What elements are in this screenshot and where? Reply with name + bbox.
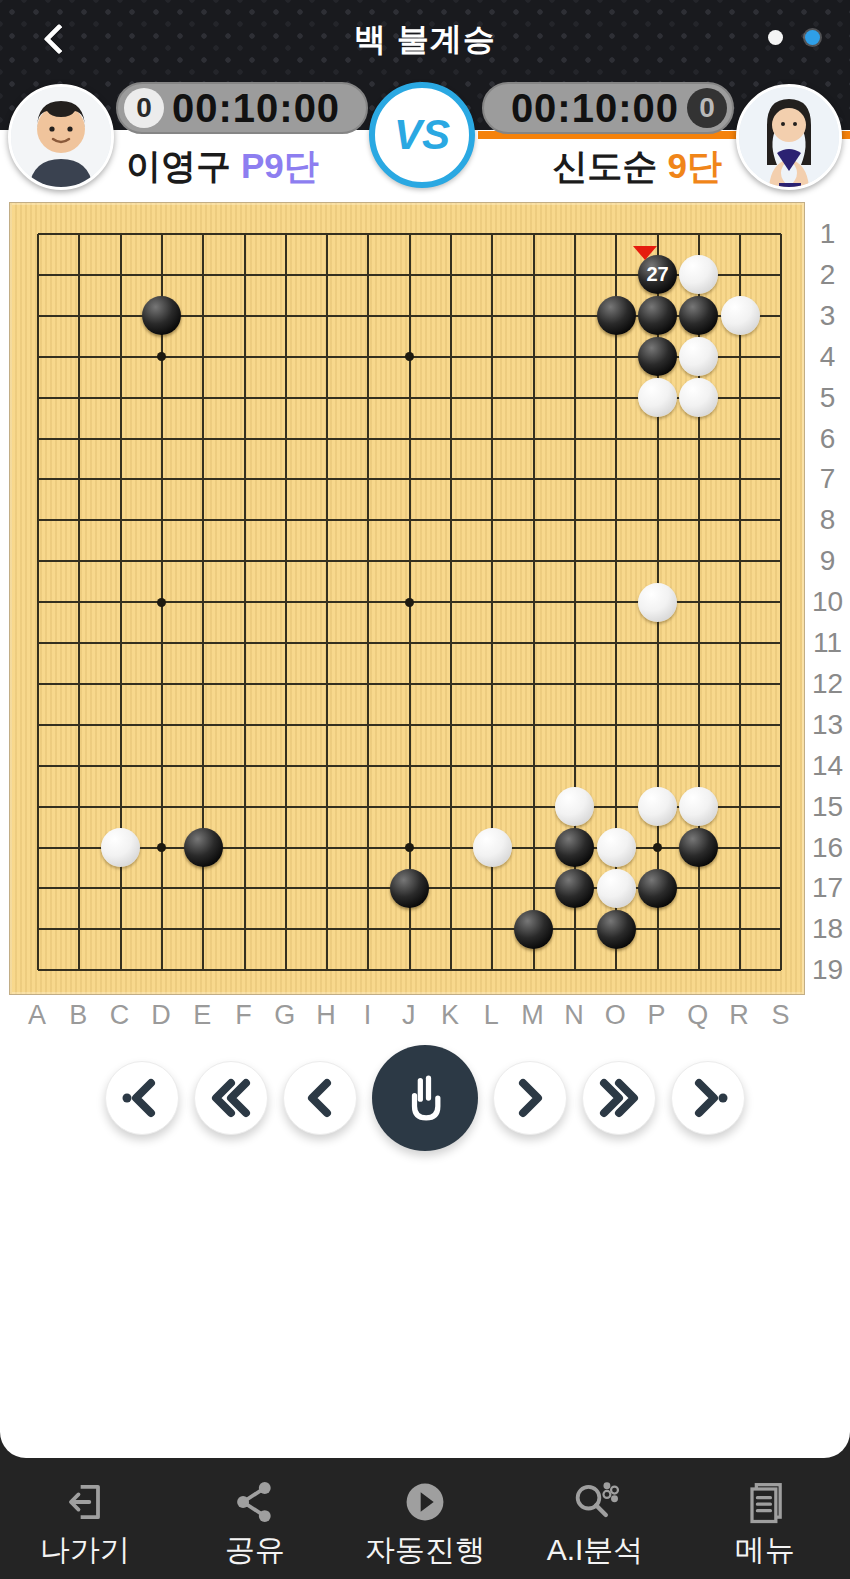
menu-icon	[739, 1476, 791, 1528]
col-label-A: A	[22, 1000, 52, 1031]
go-to-end-button[interactable]	[671, 1061, 745, 1135]
col-label-F: F	[229, 1000, 259, 1031]
col-label-B: B	[63, 1000, 93, 1031]
row-label-8: 8	[805, 504, 850, 536]
stone-white-P15	[638, 787, 677, 826]
exit-button[interactable]: 나가기	[0, 1468, 170, 1579]
row-label-9: 9	[805, 545, 850, 577]
forward-ten-button[interactable]	[582, 1061, 656, 1135]
grid-line-v	[739, 234, 741, 970]
app-screen: 백 불계승 0 00:10:00 VS 00:10:00 0	[0, 0, 850, 1579]
ai-analysis-button[interactable]: A.I분석	[510, 1468, 680, 1579]
page-dot-blue[interactable]	[805, 30, 820, 45]
star-point-P16	[653, 843, 662, 852]
vs-badge: VS	[369, 82, 475, 188]
avatar-left-player	[8, 84, 114, 190]
grid-line-h	[38, 969, 781, 971]
grid-line-h	[38, 642, 781, 644]
grid-line-v	[450, 234, 452, 970]
stone-white-R3	[721, 296, 760, 335]
row-label-12: 12	[805, 668, 850, 700]
col-label-Q: Q	[683, 1000, 713, 1031]
autoplay-button[interactable]: 자동진행	[340, 1468, 510, 1579]
stone-white-C16	[101, 828, 140, 867]
menu-label: 메뉴	[735, 1530, 795, 1571]
grid-line-h	[38, 683, 781, 685]
exit-icon	[59, 1476, 111, 1528]
ai-analysis-label: A.I분석	[547, 1530, 644, 1571]
stone-white-P10	[638, 583, 677, 622]
male-avatar-image	[11, 87, 111, 187]
row-label-11: 11	[805, 627, 850, 659]
left-player-name: 이영구	[126, 146, 231, 185]
col-label-O: O	[600, 1000, 630, 1031]
col-label-L: L	[476, 1000, 506, 1031]
back-ten-button[interactable]	[194, 1061, 268, 1135]
menu-button[interactable]: 메뉴	[680, 1468, 850, 1579]
chevron-end-icon	[685, 1075, 731, 1121]
col-label-H: H	[311, 1000, 341, 1031]
row-label-16: 16	[805, 832, 850, 864]
stone-white-Q2	[679, 255, 718, 294]
col-label-J: J	[394, 1000, 424, 1031]
left-period-count: 0	[124, 88, 164, 128]
female-avatar-image	[739, 87, 839, 187]
grid-line-h	[38, 765, 781, 767]
star-point-D10	[157, 598, 166, 607]
right-player-name-row: 신도순9단	[553, 143, 722, 190]
stone-black-O18	[597, 910, 636, 949]
chevron-left-icon	[300, 1075, 340, 1121]
stone-black-N16	[555, 828, 594, 867]
left-player-name-row: 이영구P9단	[126, 143, 319, 190]
vs-label: VS	[394, 111, 450, 159]
stone-black-O3	[597, 296, 636, 335]
share-icon	[229, 1476, 281, 1528]
left-time-remaining: 00:10:00	[164, 86, 348, 131]
row-label-18: 18	[805, 913, 850, 945]
col-label-K: K	[435, 1000, 465, 1031]
ai-analysis-icon	[569, 1476, 621, 1528]
back-one-button[interactable]	[283, 1061, 357, 1135]
row-label-2: 2	[805, 259, 850, 291]
stone-white-Q15	[679, 787, 718, 826]
col-label-P: P	[642, 1000, 672, 1031]
replay-controls	[0, 1043, 850, 1153]
col-label-N: N	[559, 1000, 589, 1031]
stone-black-P2: 27	[638, 255, 677, 294]
stone-white-Q4	[679, 337, 718, 376]
row-label-15: 15	[805, 791, 850, 823]
bottom-toolbar: 나가기 공유 자동진행	[0, 1468, 850, 1579]
page-indicator[interactable]	[768, 30, 820, 45]
page-dot-white[interactable]	[768, 30, 783, 45]
go-board[interactable]: 27	[9, 202, 805, 995]
exit-label: 나가기	[40, 1530, 130, 1571]
left-player-clock: 0 00:10:00	[116, 82, 368, 134]
row-coordinates: 12345678910111213141516171819	[805, 202, 850, 995]
share-label: 공유	[225, 1530, 285, 1571]
chevron-start-icon	[119, 1075, 165, 1121]
row-label-7: 7	[805, 463, 850, 495]
row-label-1: 1	[805, 218, 850, 250]
stone-white-N15	[555, 787, 594, 826]
col-label-E: E	[187, 1000, 217, 1031]
col-label-M: M	[518, 1000, 548, 1031]
stone-black-P3	[638, 296, 677, 335]
col-label-G: G	[270, 1000, 300, 1031]
right-player-name: 신도순	[553, 146, 658, 185]
right-player-clock: 00:10:00 0	[482, 82, 734, 134]
star-point-D16	[157, 843, 166, 852]
share-button[interactable]: 공유	[170, 1468, 340, 1579]
stone-white-O16	[597, 828, 636, 867]
row-label-14: 14	[805, 750, 850, 782]
col-label-R: R	[724, 1000, 754, 1031]
stone-white-Q5	[679, 378, 718, 417]
star-point-D4	[157, 352, 166, 361]
row-label-17: 17	[805, 872, 850, 904]
right-period-count: 0	[687, 88, 727, 128]
stone-black-P4	[638, 337, 677, 376]
avatar-right-player	[736, 84, 842, 190]
hand-gesture-icon	[397, 1070, 453, 1126]
stone-black-Q16	[679, 828, 718, 867]
grid-line-v	[780, 234, 782, 970]
stone-black-D3	[142, 296, 181, 335]
stone-white-O17	[597, 869, 636, 908]
forward-one-button[interactable]	[493, 1061, 567, 1135]
left-player-rank: P9단	[241, 146, 319, 185]
star-point-J16	[405, 843, 414, 852]
stone-black-J17	[390, 869, 429, 908]
col-label-C: C	[105, 1000, 135, 1031]
row-label-13: 13	[805, 709, 850, 741]
row-label-4: 4	[805, 341, 850, 373]
autoplay-label: 자동진행	[365, 1530, 485, 1571]
double-chevron-right-icon	[595, 1075, 643, 1121]
stone-black-E16	[184, 828, 223, 867]
stone-black-N17	[555, 869, 594, 908]
last-move-number: 27	[646, 263, 668, 286]
hand-mode-button[interactable]	[372, 1045, 478, 1151]
star-point-J4	[405, 352, 414, 361]
row-label-10: 10	[805, 586, 850, 618]
stone-black-P17	[638, 869, 677, 908]
autoplay-icon	[399, 1476, 451, 1528]
stone-white-P5	[638, 378, 677, 417]
row-label-5: 5	[805, 382, 850, 414]
stone-white-L16	[473, 828, 512, 867]
row-label-3: 3	[805, 300, 850, 332]
go-to-start-button[interactable]	[105, 1061, 179, 1135]
col-label-S: S	[765, 1000, 795, 1031]
stone-black-Q3	[679, 296, 718, 335]
row-label-19: 19	[805, 954, 850, 986]
grid-line-h	[38, 724, 781, 726]
right-time-remaining: 00:10:00	[503, 86, 687, 131]
grid-line-h	[38, 928, 781, 930]
row-label-6: 6	[805, 423, 850, 455]
last-move-marker	[633, 246, 657, 260]
right-player-rank: 9단	[668, 146, 722, 185]
col-label-I: I	[352, 1000, 382, 1031]
column-coordinates: ABCDEFGHIJKLMNOPQRS	[9, 1000, 805, 1034]
page-title: 백 불계승	[0, 18, 850, 62]
grid-line-v	[533, 234, 535, 970]
star-point-J10	[405, 598, 414, 607]
double-chevron-left-icon	[207, 1075, 255, 1121]
stone-black-M18	[514, 910, 553, 949]
col-label-D: D	[146, 1000, 176, 1031]
chevron-right-icon	[510, 1075, 550, 1121]
